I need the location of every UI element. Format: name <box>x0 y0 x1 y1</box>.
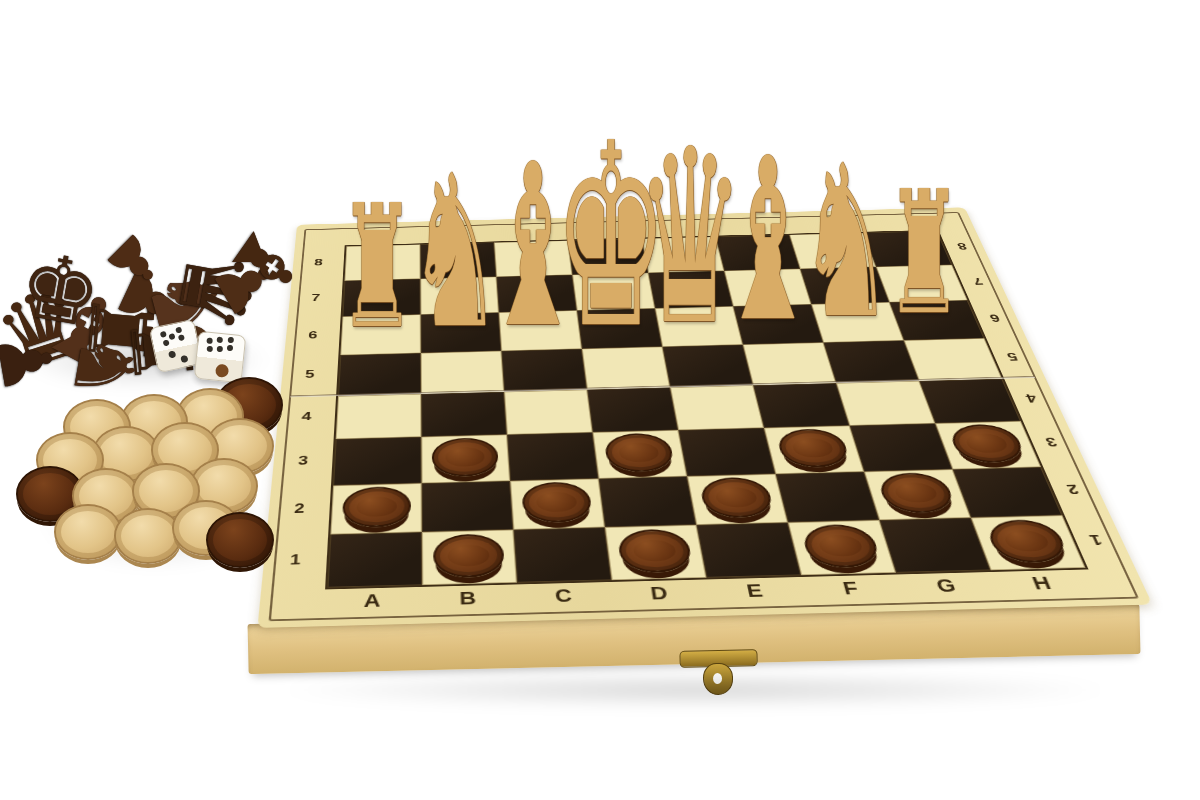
die-pip <box>180 354 188 362</box>
dark-checker-a2[interactable] <box>341 486 411 528</box>
die-pip <box>168 333 175 340</box>
board-shadow <box>270 672 1120 708</box>
square-h2[interactable] <box>953 467 1063 518</box>
file-label-H: H <box>1015 573 1069 594</box>
rank-label-right-6: 6 <box>977 311 1011 324</box>
die-pip <box>207 337 214 344</box>
die-pip <box>227 345 234 352</box>
rank-label-left-4: 4 <box>291 409 323 424</box>
rank-label-right-2: 2 <box>1053 481 1093 497</box>
square-h3[interactable] <box>935 421 1041 469</box>
file-label-E: E <box>730 580 781 602</box>
rank-label-right-4: 4 <box>1013 390 1050 404</box>
dark-checker-g2[interactable] <box>875 472 958 514</box>
die-pip <box>177 335 184 342</box>
rank-label-left-2: 2 <box>282 501 316 518</box>
square-f3[interactable] <box>764 426 864 474</box>
die-pip <box>217 337 224 344</box>
die-pip <box>162 340 169 347</box>
rank-label-left-3: 3 <box>287 454 320 470</box>
dark-checker-f1[interactable] <box>799 524 883 569</box>
dark-checker-pile-item-15[interactable] <box>206 512 274 568</box>
rank-label-left-1: 1 <box>278 551 313 569</box>
square-f4[interactable] <box>753 383 850 428</box>
square-c4[interactable] <box>504 389 593 434</box>
square-f2[interactable] <box>776 471 880 522</box>
square-f1[interactable] <box>788 520 896 575</box>
rank-label-left-7: 7 <box>301 292 330 304</box>
die-pip <box>168 351 176 359</box>
die-pip <box>160 331 167 338</box>
rank-label-right-1: 1 <box>1075 530 1116 548</box>
file-label-B: B <box>445 588 492 610</box>
light-checker-pile-item-12[interactable] <box>54 504 122 560</box>
square-h1[interactable] <box>971 516 1086 571</box>
square-d1[interactable] <box>605 525 707 580</box>
square-a1[interactable] <box>327 532 422 587</box>
white-rook-h7[interactable]: ♜ <box>886 168 962 338</box>
square-e3[interactable] <box>678 428 775 476</box>
dark-checker-h3[interactable] <box>946 424 1028 463</box>
die-2[interactable] <box>194 331 247 384</box>
square-a3[interactable] <box>333 437 421 485</box>
square-e4[interactable] <box>670 385 764 430</box>
die-pip <box>227 337 234 344</box>
square-c2[interactable] <box>510 478 605 530</box>
white-knight-g7[interactable]: ♞ <box>799 138 893 348</box>
square-b1[interactable] <box>422 530 517 585</box>
dark-checker-f3[interactable] <box>774 429 852 468</box>
file-label-A: A <box>349 590 396 612</box>
dark-checker-b1[interactable] <box>432 533 505 578</box>
dark-checker-d3[interactable] <box>603 433 676 472</box>
white-rook-a7[interactable]: ♜ <box>339 182 415 352</box>
dark-checker-d1[interactable] <box>616 528 695 573</box>
square-a4[interactable] <box>336 394 422 440</box>
die-pip <box>215 364 229 378</box>
rank-label-left-5: 5 <box>294 368 325 382</box>
square-c1[interactable] <box>513 528 611 583</box>
square-e1[interactable] <box>696 523 801 578</box>
rank-label-right-3: 3 <box>1032 434 1070 449</box>
file-label-G: G <box>920 575 973 596</box>
dark-checker-e2[interactable] <box>698 477 776 519</box>
file-label-C: C <box>540 585 588 607</box>
square-h4[interactable] <box>919 378 1021 423</box>
die-pip <box>217 345 224 352</box>
square-d2[interactable] <box>599 476 697 527</box>
square-g4[interactable] <box>836 381 935 426</box>
square-b2[interactable] <box>422 481 514 533</box>
dark-checker-b3[interactable] <box>431 438 499 477</box>
square-b4[interactable] <box>421 391 507 436</box>
dark-checker-c2[interactable] <box>520 481 593 523</box>
product-photo-stage: 8877665544332211ABCDEFGH ♜♞♝♚♛♝♞♜♛♟♝♜♟♞♛… <box>0 0 1200 800</box>
light-checker-pile-item-13[interactable] <box>114 508 182 564</box>
square-e2[interactable] <box>687 474 788 525</box>
square-a2[interactable] <box>330 483 422 535</box>
square-d3[interactable] <box>593 430 687 478</box>
square-c3[interactable] <box>507 432 599 480</box>
square-b3[interactable] <box>421 435 510 483</box>
rank-label-right-7: 7 <box>961 275 994 287</box>
square-d4[interactable] <box>587 387 678 432</box>
rank-label-right-5: 5 <box>995 349 1030 363</box>
die-pip <box>175 326 182 333</box>
rank-label-left-6: 6 <box>298 329 328 342</box>
die-pip <box>207 345 214 352</box>
file-label-D: D <box>635 583 684 605</box>
dark-checker-h1[interactable] <box>983 519 1072 564</box>
file-label-F: F <box>825 578 877 600</box>
